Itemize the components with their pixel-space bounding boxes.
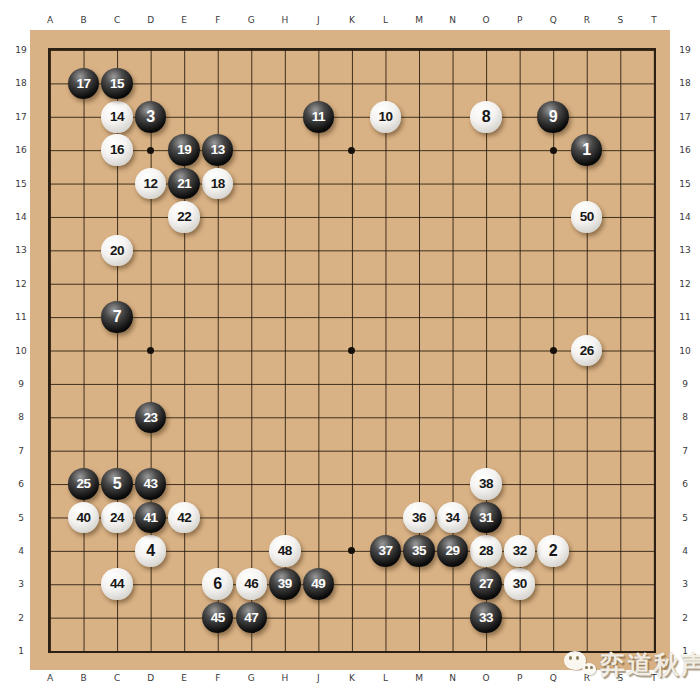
col-label-bottom: M — [415, 673, 423, 683]
col-label-bottom: J — [317, 673, 320, 683]
row-label-right: 6 — [682, 479, 688, 489]
stone-move-number: 47 — [244, 611, 258, 625]
stone-white-10: 10 — [370, 101, 402, 133]
col-label-top: P — [517, 15, 522, 25]
stone-white-42: 42 — [168, 502, 200, 534]
stone-grid: 1234567891011121314151617181920212223242… — [33, 33, 670, 667]
row-label-left: 12 — [15, 279, 26, 289]
star-point — [147, 347, 154, 354]
stone-black-13: 13 — [202, 134, 234, 166]
stone-black-23: 23 — [135, 402, 167, 434]
wechat-bubble-small — [582, 663, 596, 675]
col-label-top: A — [47, 15, 53, 25]
col-label-top: G — [248, 15, 255, 25]
row-label-right: 7 — [682, 446, 688, 456]
stone-move-number: 8 — [482, 109, 491, 125]
stone-black-43: 43 — [135, 468, 167, 500]
row-label-left: 16 — [15, 145, 26, 155]
stone-black-15: 15 — [101, 68, 133, 100]
stone-black-49: 49 — [303, 568, 335, 600]
stone-move-number: 32 — [513, 544, 527, 558]
row-label-right: 15 — [679, 179, 690, 189]
stone-move-number: 26 — [580, 344, 594, 358]
col-label-bottom: B — [80, 673, 86, 683]
stone-white-34: 34 — [437, 502, 469, 534]
stone-white-44: 44 — [101, 568, 133, 600]
stone-black-21: 21 — [168, 168, 200, 200]
stone-move-number: 35 — [412, 544, 426, 558]
col-label-top: K — [349, 15, 355, 25]
row-label-left: 6 — [18, 479, 24, 489]
col-label-top: H — [281, 15, 288, 25]
stone-move-number: 49 — [311, 577, 325, 591]
stone-move-number: 13 — [211, 143, 225, 157]
col-label-bottom: Q — [550, 673, 557, 683]
col-label-bottom: E — [181, 673, 187, 683]
stone-black-37: 37 — [370, 535, 402, 567]
col-label-bottom: H — [281, 673, 288, 683]
stone-move-number: 39 — [278, 577, 292, 591]
stone-black-31: 31 — [470, 502, 502, 534]
row-label-right: 11 — [679, 312, 690, 322]
stone-move-number: 3 — [146, 109, 155, 125]
row-label-right: 2 — [682, 613, 688, 623]
stone-move-number: 2 — [549, 543, 558, 559]
stone-black-33: 33 — [470, 602, 502, 634]
stone-move-number: 36 — [412, 511, 426, 525]
row-label-left: 15 — [15, 179, 26, 189]
row-label-right: 14 — [679, 212, 690, 222]
col-label-top: C — [114, 15, 120, 25]
stone-move-number: 23 — [144, 411, 158, 425]
col-label-bottom: N — [449, 673, 456, 683]
stone-white-4: 4 — [135, 535, 167, 567]
stone-white-32: 32 — [504, 535, 536, 567]
stone-white-24: 24 — [101, 502, 133, 534]
row-label-right: 8 — [682, 412, 688, 422]
stone-black-25: 25 — [68, 468, 100, 500]
row-label-left: 11 — [15, 312, 26, 322]
col-label-top: Q — [550, 15, 557, 25]
stone-move-number: 10 — [378, 110, 392, 124]
row-label-right: 3 — [682, 579, 688, 589]
stone-move-number: 29 — [446, 544, 460, 558]
col-label-bottom: A — [47, 673, 53, 683]
row-label-left: 14 — [15, 212, 26, 222]
stone-move-number: 42 — [177, 511, 191, 525]
stone-move-number: 22 — [177, 210, 191, 224]
stone-move-number: 1 — [582, 142, 591, 158]
row-label-left: 19 — [15, 45, 26, 55]
stone-move-number: 17 — [77, 77, 91, 91]
stone-move-number: 9 — [549, 109, 558, 125]
row-label-left: 3 — [18, 579, 24, 589]
col-label-bottom: F — [215, 673, 220, 683]
stone-white-30: 30 — [504, 568, 536, 600]
stone-move-number: 33 — [479, 611, 493, 625]
stone-move-number: 12 — [144, 177, 158, 191]
row-label-left: 9 — [18, 379, 24, 389]
star-point — [348, 147, 355, 154]
col-label-top: T — [651, 15, 657, 25]
stone-move-number: 11 — [312, 110, 325, 124]
stone-white-50: 50 — [571, 201, 603, 233]
col-label-top: B — [80, 15, 86, 25]
stone-move-number: 46 — [244, 577, 258, 591]
row-label-left: 1 — [18, 646, 24, 656]
stone-white-14: 14 — [101, 101, 133, 133]
col-label-top: L — [383, 15, 388, 25]
stone-white-18: 18 — [202, 168, 234, 200]
watermark-text: 弈道秋声 — [600, 648, 700, 681]
stone-move-number: 25 — [77, 477, 91, 491]
stone-move-number: 16 — [110, 143, 124, 157]
wechat-icon — [560, 646, 600, 682]
stone-move-number: 41 — [144, 511, 158, 525]
col-label-bottom: G — [248, 673, 255, 683]
stone-move-number: 48 — [278, 544, 292, 558]
stone-black-39: 39 — [269, 568, 301, 600]
col-label-top: J — [317, 15, 320, 25]
col-label-top: R — [584, 15, 590, 25]
stone-white-16: 16 — [101, 134, 133, 166]
col-label-top: O — [483, 15, 490, 25]
stone-move-number: 5 — [113, 476, 122, 492]
stone-white-28: 28 — [470, 535, 502, 567]
stone-move-number: 18 — [211, 177, 225, 191]
stone-black-19: 19 — [168, 134, 200, 166]
col-label-bottom: C — [114, 673, 120, 683]
row-label-left: 4 — [18, 546, 24, 556]
stone-move-number: 44 — [110, 577, 124, 591]
col-label-bottom: K — [349, 673, 355, 683]
stone-white-22: 22 — [168, 201, 200, 233]
go-diagram: AABBCCDDEEFFGGHHJJKKLLMMNNOOPPQQRRSSTT19… — [0, 0, 700, 700]
row-label-right: 9 — [682, 379, 688, 389]
stone-black-9: 9 — [537, 101, 569, 133]
stone-move-number: 38 — [479, 477, 493, 491]
stone-move-number: 7 — [113, 309, 122, 325]
row-label-right: 12 — [679, 279, 690, 289]
col-label-bottom: L — [383, 673, 388, 683]
star-point — [550, 147, 557, 154]
stone-black-41: 41 — [135, 502, 167, 534]
stone-black-5: 5 — [101, 468, 133, 500]
stone-move-number: 34 — [446, 511, 460, 525]
row-label-right: 16 — [679, 145, 690, 155]
stone-white-36: 36 — [403, 502, 435, 534]
stone-white-48: 48 — [269, 535, 301, 567]
stone-move-number: 24 — [110, 511, 124, 525]
row-label-left: 5 — [18, 513, 24, 523]
stone-move-number: 28 — [479, 544, 493, 558]
stone-move-number: 37 — [378, 544, 392, 558]
col-label-top: S — [617, 15, 623, 25]
stone-white-38: 38 — [470, 468, 502, 500]
stone-black-17: 17 — [68, 68, 100, 100]
stone-black-3: 3 — [135, 101, 167, 133]
row-label-right: 4 — [682, 546, 688, 556]
stone-white-46: 46 — [236, 568, 268, 600]
col-label-top: E — [181, 15, 187, 25]
stone-white-6: 6 — [202, 568, 234, 600]
stone-white-8: 8 — [470, 101, 502, 133]
row-label-left: 7 — [18, 446, 24, 456]
row-label-right: 13 — [679, 245, 690, 255]
col-label-top: M — [415, 15, 423, 25]
stone-move-number: 30 — [513, 577, 527, 591]
watermark: 弈道秋声 — [560, 646, 700, 682]
col-label-top: F — [215, 15, 220, 25]
stone-move-number: 21 — [177, 177, 191, 191]
row-label-left: 13 — [15, 245, 26, 255]
stone-black-11: 11 — [303, 101, 335, 133]
stone-black-27: 27 — [470, 568, 502, 600]
row-label-right: 19 — [679, 45, 690, 55]
stone-move-number: 14 — [110, 110, 124, 124]
stone-black-47: 47 — [236, 602, 268, 634]
row-label-right: 18 — [679, 78, 690, 88]
row-label-left: 2 — [18, 613, 24, 623]
stone-white-40: 40 — [68, 502, 100, 534]
row-label-left: 18 — [15, 78, 26, 88]
star-point — [348, 347, 355, 354]
stone-move-number: 19 — [177, 143, 191, 157]
col-label-bottom: D — [147, 673, 154, 683]
stone-move-number: 40 — [77, 511, 91, 525]
stone-black-45: 45 — [202, 602, 234, 634]
stone-move-number: 27 — [479, 577, 493, 591]
row-label-right: 10 — [679, 346, 690, 356]
stone-black-35: 35 — [403, 535, 435, 567]
stone-white-26: 26 — [571, 335, 603, 367]
stone-move-number: 15 — [110, 77, 124, 91]
star-point — [147, 147, 154, 154]
row-label-left: 10 — [15, 346, 26, 356]
stone-black-1: 1 — [571, 134, 603, 166]
stone-move-number: 43 — [144, 477, 158, 491]
row-label-right: 5 — [682, 513, 688, 523]
stone-move-number: 45 — [211, 611, 225, 625]
col-label-top: N — [449, 15, 456, 25]
col-label-bottom: P — [517, 673, 522, 683]
stone-move-number: 50 — [580, 210, 594, 224]
stone-move-number: 4 — [146, 543, 155, 559]
col-label-bottom: O — [483, 673, 490, 683]
stone-black-7: 7 — [101, 301, 133, 333]
col-label-top: D — [147, 15, 154, 25]
stone-move-number: 31 — [479, 511, 493, 525]
star-point — [550, 347, 557, 354]
star-point — [348, 547, 355, 554]
row-label-right: 17 — [679, 112, 690, 122]
row-label-left: 8 — [18, 412, 24, 422]
stone-white-12: 12 — [135, 168, 167, 200]
stone-move-number: 20 — [110, 244, 124, 258]
stone-white-20: 20 — [101, 235, 133, 267]
stone-white-2: 2 — [537, 535, 569, 567]
stone-move-number: 6 — [213, 576, 222, 592]
row-label-left: 17 — [15, 112, 26, 122]
stone-black-29: 29 — [437, 535, 469, 567]
